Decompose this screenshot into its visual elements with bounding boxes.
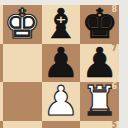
chess-board-viewport: ♚♝8♚♟7♟♟6♜5 bbox=[0, 0, 128, 128]
rank-label-5: 5 bbox=[111, 122, 117, 128]
square-h5[interactable]: 5 bbox=[80, 121, 119, 128]
square-g6[interactable]: ♟ bbox=[42, 82, 81, 121]
square-f7[interactable] bbox=[3, 44, 42, 83]
white-king[interactable]: ♚ bbox=[4, 4, 41, 45]
board: ♚♝8♚♟7♟♟6♜5 bbox=[0, 5, 119, 128]
square-g8[interactable]: ♝ bbox=[42, 5, 81, 44]
square-g5[interactable] bbox=[42, 121, 81, 128]
square-h8[interactable]: 8♚ bbox=[80, 5, 119, 44]
rank-label-6: 6 bbox=[111, 83, 117, 91]
square-f5[interactable] bbox=[3, 121, 42, 128]
white-pawn[interactable]: ♟ bbox=[43, 81, 80, 122]
square-f8[interactable]: ♚ bbox=[3, 5, 42, 44]
square-h6[interactable]: 6♜ bbox=[80, 82, 119, 121]
square-f6[interactable] bbox=[3, 82, 42, 121]
rank-label-7: 7 bbox=[111, 45, 117, 53]
rank-label-8: 8 bbox=[111, 6, 117, 14]
